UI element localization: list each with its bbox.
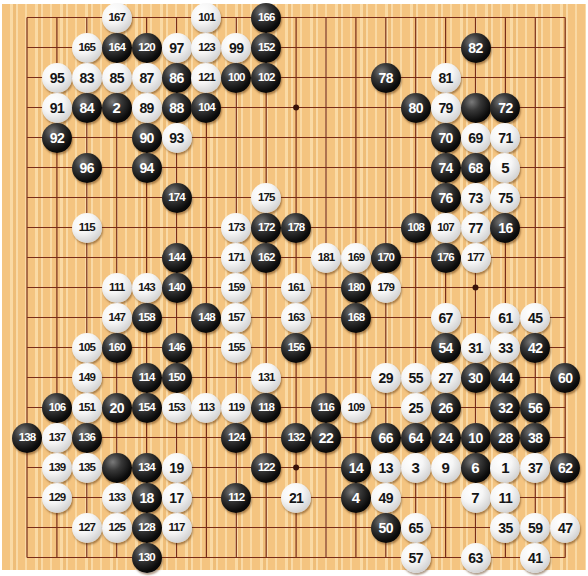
stone-white-175: 175 [251, 183, 281, 213]
stone-black-38: 38 [520, 423, 550, 453]
stone-white-99: 99 [221, 33, 251, 63]
stone-black-154: 154 [132, 393, 162, 423]
stone-white-59: 59 [520, 513, 550, 543]
stone-white-19: 19 [162, 453, 192, 483]
stone-white-31: 31 [461, 333, 491, 363]
stone-black-50: 50 [371, 513, 401, 543]
stone-white-131: 131 [251, 363, 281, 393]
stone-black-18: 18 [132, 483, 162, 513]
stone-white-113: 113 [191, 393, 221, 423]
stone-white-55: 55 [401, 363, 431, 393]
stone-white-89: 89 [132, 93, 162, 123]
stone-black-92: 92 [42, 123, 72, 153]
stone-white-35: 35 [490, 513, 520, 543]
stone-white-143: 143 [132, 273, 162, 303]
stone-black-170: 170 [371, 243, 401, 273]
stone-black-70: 70 [431, 123, 461, 153]
stone-black-94: 94 [132, 153, 162, 183]
stone-white-105: 105 [72, 333, 102, 363]
stone-white-147: 147 [102, 303, 132, 333]
stone-white-117: 117 [162, 513, 192, 543]
stone-white-77: 77 [461, 213, 491, 243]
stone-black-134: 134 [132, 453, 162, 483]
stone-black-100: 100 [221, 63, 251, 93]
stone-black-42: 42 [520, 333, 550, 363]
stone-white-107: 107 [431, 213, 461, 243]
stone-white-97: 97 [162, 33, 192, 63]
stone-white-41: 41 [520, 543, 550, 573]
stone-white-95: 95 [42, 63, 72, 93]
stone-white-121: 121 [191, 63, 221, 93]
stone-black-2: 2 [102, 93, 132, 123]
stone-black-164: 164 [102, 33, 132, 63]
stone-black-64: 64 [401, 423, 431, 453]
stone-white-75: 75 [490, 183, 520, 213]
stone-white-69: 69 [461, 123, 491, 153]
stone-black-68: 68 [461, 153, 491, 183]
stone-white-73: 73 [461, 183, 491, 213]
stone-white-63: 63 [461, 543, 491, 573]
stone-black-136: 136 [72, 423, 102, 453]
stone-white-11: 11 [490, 483, 520, 513]
stone-white-169: 169 [341, 243, 371, 273]
stone-white-57: 57 [401, 543, 431, 573]
stone-black-166: 166 [251, 3, 281, 33]
stone-black-106: 106 [42, 393, 72, 423]
stone-white-71: 71 [490, 123, 520, 153]
stone-white-85: 85 [102, 63, 132, 93]
stone-white-81: 81 [431, 63, 461, 93]
stone-white-21: 21 [281, 483, 311, 513]
stone-black-26: 26 [431, 393, 461, 423]
stone-white-87: 87 [132, 63, 162, 93]
stone-white-17: 17 [162, 483, 192, 513]
stone-black-158: 158 [132, 303, 162, 333]
stone-black-174: 174 [162, 183, 192, 213]
stone-white-155: 155 [221, 333, 251, 363]
stone-black-78: 78 [371, 63, 401, 93]
stone-white-47: 47 [550, 513, 580, 543]
stone-black-118: 118 [251, 393, 281, 423]
stone-white-171: 171 [221, 243, 251, 273]
stone-white-45: 45 [520, 303, 550, 333]
stone-white-125: 125 [102, 513, 132, 543]
stone-white-177: 177 [461, 243, 491, 273]
stone-black-108: 108 [401, 213, 431, 243]
stone-white-33: 33 [490, 333, 520, 363]
stone-black-24: 24 [431, 423, 461, 453]
stone-white-13: 13 [371, 453, 401, 483]
stone-black-6: 6 [461, 453, 491, 483]
stone-black-32: 32 [490, 393, 520, 423]
stone-white-111: 111 [102, 273, 132, 303]
stone-black-176: 176 [431, 243, 461, 273]
stone-white-93: 93 [162, 123, 192, 153]
stone-white-1: 1 [490, 453, 520, 483]
stone-black-88: 88 [162, 93, 192, 123]
stone-black-152: 152 [251, 33, 281, 63]
stone-white-153: 153 [162, 393, 192, 423]
stone-black-160: 160 [102, 333, 132, 363]
stone-white-5: 5 [490, 153, 520, 183]
stone-black-116: 116 [311, 393, 341, 423]
stone-black-138: 138 [12, 423, 42, 453]
stone-black-180: 180 [341, 273, 371, 303]
stone-black-122: 122 [251, 453, 281, 483]
stone-white-179: 179 [371, 273, 401, 303]
stone-black-74: 74 [431, 153, 461, 183]
stone-white-119: 119 [221, 393, 251, 423]
stone-white-123: 123 [191, 33, 221, 63]
stone-white-137: 137 [42, 423, 72, 453]
stone-black-54: 54 [431, 333, 461, 363]
stone-black-132: 132 [281, 423, 311, 453]
stone-white-7: 7 [461, 483, 491, 513]
stone-black-168: 168 [341, 303, 371, 333]
stone-black-unnumbered [461, 93, 491, 123]
stone-black-16: 16 [490, 213, 520, 243]
stone-black-96: 96 [72, 153, 102, 183]
stone-white-157: 157 [221, 303, 251, 333]
stone-black-66: 66 [371, 423, 401, 453]
stone-white-29: 29 [371, 363, 401, 393]
stone-black-162: 162 [251, 243, 281, 273]
stone-black-76: 76 [431, 183, 461, 213]
stone-black-130: 130 [132, 543, 162, 573]
stone-black-90: 90 [132, 123, 162, 153]
stone-white-65: 65 [401, 513, 431, 543]
stone-white-3: 3 [401, 453, 431, 483]
stone-black-10: 10 [461, 423, 491, 453]
stone-black-60: 60 [550, 363, 580, 393]
stone-black-102: 102 [251, 63, 281, 93]
stone-white-109: 109 [341, 393, 371, 423]
stone-white-127: 127 [72, 513, 102, 543]
stone-black-86: 86 [162, 63, 192, 93]
stone-white-173: 173 [221, 213, 251, 243]
stone-white-139: 139 [42, 453, 72, 483]
stone-white-165: 165 [72, 33, 102, 63]
stone-white-83: 83 [72, 63, 102, 93]
stone-black-172: 172 [251, 213, 281, 243]
stone-white-133: 133 [102, 483, 132, 513]
stone-black-140: 140 [162, 273, 192, 303]
stone-black-146: 146 [162, 333, 192, 363]
stone-black-22: 22 [311, 423, 341, 453]
stone-white-61: 61 [490, 303, 520, 333]
stone-black-124: 124 [221, 423, 251, 453]
stone-black-72: 72 [490, 93, 520, 123]
stone-black-4: 4 [341, 483, 371, 513]
stone-white-181: 181 [311, 243, 341, 273]
stone-black-120: 120 [132, 33, 162, 63]
stone-black-82: 82 [461, 33, 491, 63]
stone-black-28: 28 [490, 423, 520, 453]
stone-white-101: 101 [191, 3, 221, 33]
stone-black-80: 80 [401, 93, 431, 123]
stone-white-129: 129 [42, 483, 72, 513]
stone-white-151: 151 [72, 393, 102, 423]
stone-black-56: 56 [520, 393, 550, 423]
stone-white-115: 115 [72, 213, 102, 243]
stone-black-14: 14 [341, 453, 371, 483]
stone-black-104: 104 [191, 93, 221, 123]
stone-black-44: 44 [490, 363, 520, 393]
stone-white-163: 163 [281, 303, 311, 333]
go-diagram-page: 1671011661651641209712399152829583858786… [0, 0, 588, 576]
stone-white-167: 167 [102, 3, 132, 33]
stone-white-161: 161 [281, 273, 311, 303]
stone-white-135: 135 [72, 453, 102, 483]
stone-white-37: 37 [520, 453, 550, 483]
stone-white-67: 67 [431, 303, 461, 333]
stone-black-178: 178 [281, 213, 311, 243]
stone-black-148: 148 [191, 303, 221, 333]
stone-white-149: 149 [72, 363, 102, 393]
stone-black-84: 84 [72, 93, 102, 123]
stone-black-112: 112 [221, 483, 251, 513]
stone-black-144: 144 [162, 243, 192, 273]
stone-black-114: 114 [132, 363, 162, 393]
stone-white-159: 159 [221, 273, 251, 303]
stone-white-9: 9 [431, 453, 461, 483]
stone-black-30: 30 [461, 363, 491, 393]
stone-black-unnumbered [102, 453, 132, 483]
stone-white-79: 79 [431, 93, 461, 123]
stone-white-49: 49 [371, 483, 401, 513]
stone-white-91: 91 [42, 93, 72, 123]
stone-white-25: 25 [401, 393, 431, 423]
stone-black-150: 150 [162, 363, 192, 393]
stone-black-20: 20 [102, 393, 132, 423]
stone-black-128: 128 [132, 513, 162, 543]
stone-black-156: 156 [281, 333, 311, 363]
stone-white-27: 27 [431, 363, 461, 393]
stone-black-62: 62 [550, 453, 580, 483]
